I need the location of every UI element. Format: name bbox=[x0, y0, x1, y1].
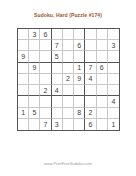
cell-r6c3: 2 bbox=[40, 85, 51, 96]
cell-r5c9 bbox=[108, 74, 119, 85]
cell-r4c8: 6 bbox=[97, 63, 108, 74]
cell-r7c6 bbox=[74, 96, 85, 107]
cell-r6c4: 4 bbox=[52, 85, 63, 96]
page-title: Sudoku, Hard (Puzzle #174) bbox=[0, 12, 136, 18]
cell-r5c5: 2 bbox=[63, 74, 74, 85]
cell-r5c6: 9 bbox=[74, 74, 85, 85]
cell-r6c9 bbox=[108, 85, 119, 96]
cell-r2c9: 3 bbox=[108, 40, 119, 51]
cell-r2c2 bbox=[29, 40, 40, 51]
cell-r9c1 bbox=[18, 119, 29, 130]
cell-r7c8 bbox=[97, 96, 108, 107]
cell-r8c5 bbox=[63, 108, 74, 119]
cell-r8c9 bbox=[108, 108, 119, 119]
cell-r4c6: 1 bbox=[74, 63, 85, 74]
cell-r1c1 bbox=[18, 29, 29, 40]
cell-r3c7 bbox=[85, 51, 96, 62]
cell-r2c5 bbox=[63, 40, 74, 51]
cell-r3c5 bbox=[63, 51, 74, 62]
cell-r7c7 bbox=[85, 96, 96, 107]
cell-r4c7: 7 bbox=[85, 63, 96, 74]
cell-r7c9: 4 bbox=[108, 96, 119, 107]
sudoku-grid: 3676395917629424415827361 bbox=[17, 28, 120, 131]
cell-r5c7: 4 bbox=[85, 74, 96, 85]
sudoku-print-page: { "game": "sudoku", "title": "Sudoku, Ha… bbox=[0, 0, 136, 176]
cell-r2c4: 7 bbox=[52, 40, 63, 51]
cell-r3c8 bbox=[97, 51, 108, 62]
page: Sudoku, Hard (Puzzle #174) 3676395917629… bbox=[0, 0, 136, 176]
cell-r2c3 bbox=[40, 40, 51, 51]
cell-r7c1 bbox=[18, 96, 29, 107]
cell-r9c7: 6 bbox=[85, 119, 96, 130]
cell-r3c4: 5 bbox=[52, 51, 63, 62]
cell-r6c7 bbox=[85, 85, 96, 96]
cell-r1c7 bbox=[85, 29, 96, 40]
cell-r7c3 bbox=[40, 96, 51, 107]
cell-r4c4 bbox=[52, 63, 63, 74]
cell-r4c3 bbox=[40, 63, 51, 74]
cell-r5c3 bbox=[40, 74, 51, 85]
cell-r1c5 bbox=[63, 29, 74, 40]
cell-r3c3 bbox=[40, 51, 51, 62]
cell-r9c5 bbox=[63, 119, 74, 130]
cell-r9c6 bbox=[74, 119, 85, 130]
cell-r8c2: 5 bbox=[29, 108, 40, 119]
cell-r4c9 bbox=[108, 63, 119, 74]
cell-r2c7 bbox=[85, 40, 96, 51]
cell-r6c2 bbox=[29, 85, 40, 96]
cell-r8c6: 8 bbox=[74, 108, 85, 119]
cell-r9c2 bbox=[29, 119, 40, 130]
cell-r7c4 bbox=[52, 96, 63, 107]
cell-r4c1 bbox=[18, 63, 29, 74]
cell-r6c6 bbox=[74, 85, 85, 96]
cell-r4c5 bbox=[63, 63, 74, 74]
cell-r9c4: 3 bbox=[52, 119, 63, 130]
cell-r7c2 bbox=[29, 96, 40, 107]
cell-r2c6: 6 bbox=[74, 40, 85, 51]
cell-r1c9 bbox=[108, 29, 119, 40]
cell-r1c8 bbox=[97, 29, 108, 40]
cell-r2c8 bbox=[97, 40, 108, 51]
cell-r4c2: 9 bbox=[29, 63, 40, 74]
cell-r8c8 bbox=[97, 108, 108, 119]
cell-r3c9 bbox=[108, 51, 119, 62]
cell-r6c1 bbox=[18, 85, 29, 96]
cell-r5c4 bbox=[52, 74, 63, 85]
cell-r9c8 bbox=[97, 119, 108, 130]
footer-url: www.PrintFreeSudoku.com bbox=[0, 161, 136, 166]
cell-r8c7: 2 bbox=[85, 108, 96, 119]
cell-r5c2 bbox=[29, 74, 40, 85]
cell-r3c1: 9 bbox=[18, 51, 29, 62]
cell-r1c6 bbox=[74, 29, 85, 40]
cell-r5c8 bbox=[97, 74, 108, 85]
cell-r8c1: 1 bbox=[18, 108, 29, 119]
cell-r9c9: 1 bbox=[108, 119, 119, 130]
cell-r2c1 bbox=[18, 40, 29, 51]
cell-r9c3: 7 bbox=[40, 119, 51, 130]
cell-r1c3: 6 bbox=[40, 29, 51, 40]
cell-r3c2 bbox=[29, 51, 40, 62]
cell-r6c5 bbox=[63, 85, 74, 96]
cell-r3c6 bbox=[74, 51, 85, 62]
cell-r7c5 bbox=[63, 96, 74, 107]
cell-r8c4 bbox=[52, 108, 63, 119]
cell-r1c2: 3 bbox=[29, 29, 40, 40]
cell-r6c8 bbox=[97, 85, 108, 96]
cell-r1c4 bbox=[52, 29, 63, 40]
cell-r5c1 bbox=[18, 74, 29, 85]
cell-r8c3 bbox=[40, 108, 51, 119]
